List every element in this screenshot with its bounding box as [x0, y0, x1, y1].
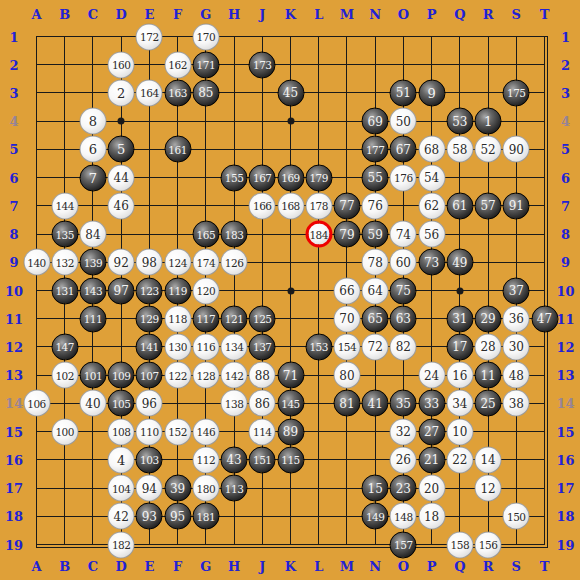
stone-178: 178 [305, 192, 332, 219]
stone-11: 11 [475, 362, 502, 389]
stone-50: 50 [390, 108, 417, 135]
stone-179: 179 [305, 164, 332, 191]
stone-2: 2 [108, 79, 135, 106]
stone-174: 174 [192, 249, 219, 276]
stone-94: 94 [136, 475, 163, 502]
row-label-right-14: 14 [556, 397, 574, 410]
column-label-top-C: C [88, 8, 98, 21]
stone-72: 72 [362, 333, 389, 360]
stone-71: 71 [277, 362, 304, 389]
stone-85: 85 [192, 79, 219, 106]
stone-93: 93 [136, 503, 163, 530]
stone-79: 79 [333, 221, 360, 248]
stone-141: 141 [136, 333, 163, 360]
stone-155: 155 [221, 164, 248, 191]
stone-95: 95 [164, 503, 191, 530]
stone-172: 172 [136, 23, 163, 50]
stone-5: 5 [108, 136, 135, 163]
stone-170: 170 [192, 23, 219, 50]
stone-31: 31 [446, 305, 473, 332]
stone-129: 129 [136, 305, 163, 332]
stone-110: 110 [136, 418, 163, 445]
stone-15: 15 [362, 475, 389, 502]
stone-183: 183 [221, 221, 248, 248]
stone-60: 60 [390, 249, 417, 276]
stone-34: 34 [446, 390, 473, 417]
stone-161: 161 [164, 136, 191, 163]
star-point [456, 287, 463, 294]
stone-17: 17 [446, 333, 473, 360]
row-label-right-19: 19 [556, 538, 574, 551]
column-label-bottom-P: P [427, 559, 437, 572]
stone-126: 126 [221, 249, 248, 276]
stone-175: 175 [503, 79, 530, 106]
stone-57: 57 [475, 192, 502, 219]
stone-52: 52 [475, 136, 502, 163]
column-label-top-G: G [200, 8, 211, 21]
stone-90: 90 [503, 136, 530, 163]
stone-43: 43 [221, 446, 248, 473]
stone-146: 146 [192, 418, 219, 445]
stone-53: 53 [446, 108, 473, 135]
stone-176: 176 [390, 164, 417, 191]
row-label-right-8: 8 [561, 228, 570, 241]
row-label-left-2: 2 [9, 58, 18, 71]
row-label-right-4: 4 [561, 115, 570, 128]
stone-76: 76 [362, 192, 389, 219]
stone-47: 47 [531, 305, 558, 332]
row-label-right-15: 15 [556, 425, 574, 438]
stone-108: 108 [108, 418, 135, 445]
stone-45: 45 [277, 79, 304, 106]
column-label-bottom-M: M [340, 559, 354, 572]
column-label-bottom-E: E [144, 559, 154, 572]
row-label-left-7: 7 [9, 199, 18, 212]
stone-152: 152 [164, 418, 191, 445]
stone-112: 112 [192, 446, 219, 473]
stone-58: 58 [446, 136, 473, 163]
row-label-right-2: 2 [561, 58, 570, 71]
stone-147: 147 [51, 333, 78, 360]
stone-105: 105 [108, 390, 135, 417]
stone-100: 100 [51, 418, 78, 445]
column-label-bottom-S: S [512, 559, 521, 572]
column-label-bottom-B: B [59, 559, 70, 572]
row-label-left-9: 9 [9, 256, 18, 269]
stone-65: 65 [362, 305, 389, 332]
stone-173: 173 [249, 51, 276, 78]
stone-162: 162 [164, 51, 191, 78]
stone-24: 24 [418, 362, 445, 389]
row-label-right-13: 13 [556, 369, 574, 382]
stone-128: 128 [192, 362, 219, 389]
stone-114: 114 [249, 418, 276, 445]
stone-70: 70 [333, 305, 360, 332]
stone-25: 25 [475, 390, 502, 417]
stone-51: 51 [390, 79, 417, 106]
column-label-bottom-G: G [200, 559, 211, 572]
row-label-right-5: 5 [561, 143, 570, 156]
stone-92: 92 [108, 249, 135, 276]
column-label-top-R: R [483, 8, 494, 21]
column-label-top-E: E [144, 8, 154, 21]
row-label-right-18: 18 [556, 510, 574, 523]
stone-139: 139 [79, 249, 106, 276]
row-label-right-7: 7 [561, 199, 570, 212]
stone-181: 181 [192, 503, 219, 530]
stone-80: 80 [333, 362, 360, 389]
stone-66: 66 [333, 277, 360, 304]
column-label-bottom-D: D [116, 559, 127, 572]
row-label-left-19: 19 [5, 538, 23, 551]
stone-142: 142 [221, 362, 248, 389]
stone-46: 46 [108, 192, 135, 219]
stone-73: 73 [418, 249, 445, 276]
column-label-top-M: M [340, 8, 354, 21]
stone-135: 135 [51, 221, 78, 248]
stone-64: 64 [362, 277, 389, 304]
row-label-right-3: 3 [561, 86, 570, 99]
star-point [118, 118, 125, 125]
stone-68: 68 [418, 136, 445, 163]
stone-42: 42 [108, 503, 135, 530]
column-label-top-O: O [398, 8, 409, 21]
stone-125: 125 [249, 305, 276, 332]
row-label-left-4: 4 [9, 115, 18, 128]
column-label-bottom-C: C [88, 559, 98, 572]
stone-49: 49 [446, 249, 473, 276]
stone-131: 131 [51, 277, 78, 304]
stone-156: 156 [475, 531, 502, 558]
stone-143: 143 [79, 277, 106, 304]
stone-184-last-move: 184 [305, 221, 332, 248]
stone-44: 44 [108, 164, 135, 191]
column-label-bottom-J: J [259, 559, 265, 572]
stone-40: 40 [79, 390, 106, 417]
stone-150: 150 [503, 503, 530, 530]
column-label-top-L: L [314, 8, 323, 21]
stone-18: 18 [418, 503, 445, 530]
column-label-bottom-F: F [173, 559, 182, 572]
column-label-bottom-K: K [285, 559, 296, 572]
row-label-left-11: 11 [5, 312, 23, 325]
star-point [287, 118, 294, 125]
stone-118: 118 [164, 305, 191, 332]
stone-8: 8 [79, 108, 106, 135]
stone-35: 35 [390, 390, 417, 417]
stone-123: 123 [136, 277, 163, 304]
row-label-left-6: 6 [9, 171, 18, 184]
stone-81: 81 [333, 390, 360, 417]
stone-137: 137 [249, 333, 276, 360]
column-label-bottom-H: H [228, 559, 240, 572]
stone-145: 145 [277, 390, 304, 417]
row-label-left-8: 8 [9, 228, 18, 241]
row-label-right-11: 11 [556, 312, 574, 325]
stone-12: 12 [475, 475, 502, 502]
stone-158: 158 [446, 531, 473, 558]
stone-106: 106 [23, 390, 50, 417]
column-label-bottom-O: O [398, 559, 409, 572]
stone-104: 104 [108, 475, 135, 502]
column-label-top-H: H [228, 8, 240, 21]
star-point [287, 287, 294, 294]
stone-74: 74 [390, 221, 417, 248]
stone-115: 115 [277, 446, 304, 473]
stone-55: 55 [362, 164, 389, 191]
stone-48: 48 [503, 362, 530, 389]
stone-56: 56 [418, 221, 445, 248]
row-label-left-15: 15 [5, 425, 23, 438]
stone-154: 154 [333, 333, 360, 360]
stone-130: 130 [164, 333, 191, 360]
stone-28: 28 [475, 333, 502, 360]
stone-163: 163 [164, 79, 191, 106]
stone-61: 61 [446, 192, 473, 219]
stone-180: 180 [192, 475, 219, 502]
stone-107: 107 [136, 362, 163, 389]
column-label-top-N: N [369, 8, 381, 21]
stone-111: 111 [79, 305, 106, 332]
stone-37: 37 [503, 277, 530, 304]
stone-103: 103 [136, 446, 163, 473]
column-label-bottom-A: A [31, 559, 41, 572]
column-label-bottom-T: T [540, 559, 550, 572]
row-label-right-10: 10 [556, 284, 574, 297]
stone-120: 120 [192, 277, 219, 304]
stone-26: 26 [390, 446, 417, 473]
stone-117: 117 [192, 305, 219, 332]
row-label-left-13: 13 [5, 369, 23, 382]
row-label-right-6: 6 [561, 171, 570, 184]
column-label-top-B: B [59, 8, 70, 21]
stone-138: 138 [221, 390, 248, 417]
stone-4: 4 [108, 446, 135, 473]
stone-160: 160 [108, 51, 135, 78]
stone-67: 67 [390, 136, 417, 163]
stone-59: 59 [362, 221, 389, 248]
stone-144: 144 [51, 192, 78, 219]
stone-166: 166 [249, 192, 276, 219]
column-label-top-Q: Q [454, 8, 465, 21]
stone-164: 164 [136, 79, 163, 106]
stone-27: 27 [418, 418, 445, 445]
stone-75: 75 [390, 277, 417, 304]
row-label-left-12: 12 [5, 340, 23, 353]
column-label-bottom-Q: Q [454, 559, 465, 572]
row-label-right-1: 1 [561, 30, 570, 43]
stone-62: 62 [418, 192, 445, 219]
stone-149: 149 [362, 503, 389, 530]
stone-132: 132 [51, 249, 78, 276]
stone-16: 16 [446, 362, 473, 389]
stone-153: 153 [305, 333, 332, 360]
stone-30: 30 [503, 333, 530, 360]
stone-157: 157 [390, 531, 417, 558]
stone-63: 63 [390, 305, 417, 332]
stone-97: 97 [108, 277, 135, 304]
stone-6: 6 [79, 136, 106, 163]
row-label-left-14: 14 [5, 397, 23, 410]
stone-119: 119 [164, 277, 191, 304]
stone-82: 82 [390, 333, 417, 360]
stone-91: 91 [503, 192, 530, 219]
stone-140: 140 [23, 249, 50, 276]
stone-84: 84 [79, 221, 106, 248]
stone-38: 38 [503, 390, 530, 417]
column-label-bottom-R: R [483, 559, 494, 572]
column-label-top-D: D [116, 8, 127, 21]
row-label-left-16: 16 [5, 453, 23, 466]
stone-69: 69 [362, 108, 389, 135]
stone-167: 167 [249, 164, 276, 191]
stone-77: 77 [333, 192, 360, 219]
row-label-right-12: 12 [556, 340, 574, 353]
column-label-top-J: J [259, 8, 265, 21]
stone-169: 169 [277, 164, 304, 191]
stone-121: 121 [221, 305, 248, 332]
stone-134: 134 [221, 333, 248, 360]
row-label-left-1: 1 [9, 30, 18, 43]
column-label-top-A: A [31, 8, 41, 21]
column-label-top-S: S [512, 8, 521, 21]
stone-41: 41 [362, 390, 389, 417]
stone-116: 116 [192, 333, 219, 360]
stone-22: 22 [446, 446, 473, 473]
row-label-left-10: 10 [5, 284, 23, 297]
column-label-top-P: P [427, 8, 437, 21]
stone-109: 109 [108, 362, 135, 389]
stone-20: 20 [418, 475, 445, 502]
stone-113: 113 [221, 475, 248, 502]
stone-39: 39 [164, 475, 191, 502]
row-label-left-3: 3 [9, 86, 18, 99]
row-label-right-16: 16 [556, 453, 574, 466]
column-label-bottom-L: L [314, 559, 323, 572]
stone-124: 124 [164, 249, 191, 276]
stone-101: 101 [79, 362, 106, 389]
stone-96: 96 [136, 390, 163, 417]
stone-7: 7 [79, 164, 106, 191]
row-label-left-17: 17 [5, 482, 23, 495]
stone-23: 23 [390, 475, 417, 502]
stone-168: 168 [277, 192, 304, 219]
stone-165: 165 [192, 221, 219, 248]
column-label-top-F: F [173, 8, 182, 21]
stone-54: 54 [418, 164, 445, 191]
stone-89: 89 [277, 418, 304, 445]
column-label-top-T: T [540, 8, 550, 21]
stone-29: 29 [475, 305, 502, 332]
row-label-left-5: 5 [9, 143, 18, 156]
stone-78: 78 [362, 249, 389, 276]
row-label-right-9: 9 [561, 256, 570, 269]
stone-14: 14 [475, 446, 502, 473]
stone-36: 36 [503, 305, 530, 332]
stone-86: 86 [249, 390, 276, 417]
stone-148: 148 [390, 503, 417, 530]
stone-122: 122 [164, 362, 191, 389]
stone-98: 98 [136, 249, 163, 276]
stone-102: 102 [51, 362, 78, 389]
stone-33: 33 [418, 390, 445, 417]
row-label-right-17: 17 [556, 482, 574, 495]
column-label-top-K: K [285, 8, 296, 21]
column-label-bottom-N: N [369, 559, 381, 572]
stone-171: 171 [192, 51, 219, 78]
stone-9: 9 [418, 79, 445, 106]
stone-21: 21 [418, 446, 445, 473]
stone-10: 10 [446, 418, 473, 445]
go-board[interactable]: AABBCCDDEEFFGGHHJJKKLLMMNNOOPPQQRRSSTT11… [0, 0, 580, 580]
stone-151: 151 [249, 446, 276, 473]
stone-182: 182 [108, 531, 135, 558]
stone-177: 177 [362, 136, 389, 163]
row-label-left-18: 18 [5, 510, 23, 523]
stone-1: 1 [475, 108, 502, 135]
stone-32: 32 [390, 418, 417, 445]
stone-88: 88 [249, 362, 276, 389]
